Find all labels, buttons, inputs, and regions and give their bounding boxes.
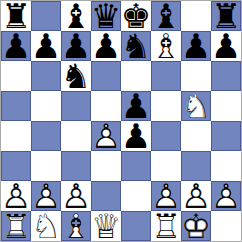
square-g7[interactable]: ♟ [181,31,211,61]
white-piece-outline: ♗ [151,31,181,61]
square-b8[interactable] [31,1,61,31]
white-piece-fill: ♝ [61,211,91,241]
square-f2[interactable]: ♟♙ [151,181,181,211]
white-piece-fill: ♟ [181,181,211,211]
square-e8[interactable]: ♚ [121,1,151,31]
square-g3[interactable] [181,151,211,181]
square-d5[interactable] [91,91,121,121]
white-knight-icon[interactable]: ♞♘ [181,91,211,121]
square-e7[interactable]: ♞ [121,31,151,61]
square-c5[interactable] [61,91,91,121]
black-piece-glyph: ♟ [91,31,121,61]
black-piece-glyph: ♜ [211,1,241,31]
square-f4[interactable] [151,121,181,151]
square-f8[interactable]: ♝ [151,1,181,31]
square-e3[interactable] [121,151,151,181]
square-g4[interactable] [181,121,211,151]
black-king-icon[interactable]: ♚ [121,1,151,31]
square-b7[interactable]: ♟ [31,31,61,61]
black-piece-glyph: ♟ [31,31,61,61]
white-pawn-icon[interactable]: ♟♙ [151,181,181,211]
white-pawn-icon[interactable]: ♟♙ [61,181,91,211]
square-b1[interactable]: ♞♘ [31,211,61,241]
chess-board: ♜♝♛♚♝♜♟♟♟♟♞♝♗♟♟♞♟♞♘♟♙♟♟♙♟♙♟♙♟♙♟♙♟♙♜♖♞♘♝♗… [0,0,242,242]
square-b2[interactable]: ♟♙ [31,181,61,211]
square-e4[interactable]: ♟ [121,121,151,151]
white-piece-fill: ♞ [31,211,61,241]
white-pawn-icon[interactable]: ♟♙ [211,181,241,211]
white-piece-fill: ♝ [151,31,181,61]
square-g6[interactable] [181,61,211,91]
white-piece-fill: ♞ [181,91,211,121]
black-piece-glyph: ♟ [121,91,151,121]
white-bishop-icon[interactable]: ♝♗ [151,31,181,61]
white-piece-outline: ♙ [151,181,181,211]
square-b6[interactable] [31,61,61,91]
black-piece-glyph: ♟ [1,31,31,61]
square-g5[interactable]: ♞♘ [181,91,211,121]
white-pawn-icon[interactable]: ♟♙ [1,181,31,211]
white-piece-fill: ♚ [181,211,211,241]
square-h4[interactable] [211,121,241,151]
white-piece-fill: ♛ [91,211,121,241]
square-h3[interactable] [211,151,241,181]
black-pawn-icon[interactable]: ♟ [31,31,61,61]
square-h2[interactable]: ♟♙ [211,181,241,211]
square-f7[interactable]: ♝♗ [151,31,181,61]
white-king-icon[interactable]: ♚♔ [181,211,211,241]
square-c7[interactable]: ♟ [61,31,91,61]
square-h5[interactable] [211,91,241,121]
white-piece-outline: ♙ [211,181,241,211]
square-h1[interactable] [211,211,241,241]
white-piece-fill: ♟ [211,181,241,211]
square-e6[interactable] [121,61,151,91]
square-d6[interactable] [91,61,121,91]
black-bishop-icon[interactable]: ♝ [151,1,181,31]
white-piece-fill: ♟ [91,121,121,151]
square-h8[interactable]: ♜ [211,1,241,31]
white-piece-fill: ♟ [31,181,61,211]
black-piece-glyph: ♞ [61,61,91,91]
black-queen-icon[interactable]: ♛ [91,1,121,31]
square-a7[interactable]: ♟ [1,31,31,61]
white-piece-fill: ♜ [1,211,31,241]
black-piece-glyph: ♚ [121,1,151,31]
white-piece-outline: ♘ [31,211,61,241]
black-piece-glyph: ♟ [181,31,211,61]
black-pawn-icon[interactable]: ♟ [181,31,211,61]
white-rook-icon[interactable]: ♜♖ [151,211,181,241]
square-a1[interactable]: ♜♖ [1,211,31,241]
square-g8[interactable] [181,1,211,31]
square-b5[interactable] [31,91,61,121]
square-f3[interactable] [151,151,181,181]
square-a3[interactable] [1,151,31,181]
black-pawn-icon[interactable]: ♟ [211,31,241,61]
white-piece-outline: ♘ [181,91,211,121]
white-queen-icon[interactable]: ♛♕ [91,211,121,241]
square-d4[interactable]: ♟♙ [91,121,121,151]
square-h7[interactable]: ♟ [211,31,241,61]
square-a6[interactable] [1,61,31,91]
square-a2[interactable]: ♟♙ [1,181,31,211]
square-d8[interactable]: ♛ [91,1,121,31]
square-d1[interactable]: ♛♕ [91,211,121,241]
square-b4[interactable] [31,121,61,151]
white-piece-fill: ♟ [1,181,31,211]
white-piece-fill: ♟ [151,181,181,211]
black-pawn-icon[interactable]: ♟ [121,121,151,151]
square-a5[interactable] [1,91,31,121]
black-piece-glyph: ♟ [121,121,151,151]
white-piece-outline: ♖ [151,211,181,241]
black-bishop-icon[interactable]: ♝ [61,1,91,31]
square-c6[interactable]: ♞ [61,61,91,91]
white-pawn-icon[interactable]: ♟♙ [31,181,61,211]
black-pawn-icon[interactable]: ♟ [91,31,121,61]
square-f6[interactable] [151,61,181,91]
square-d7[interactable]: ♟ [91,31,121,61]
black-piece-glyph: ♝ [151,1,181,31]
white-rook-icon[interactable]: ♜♖ [1,211,31,241]
square-a8[interactable]: ♜ [1,1,31,31]
black-pawn-icon[interactable]: ♟ [1,31,31,61]
white-piece-outline: ♔ [181,211,211,241]
white-bishop-icon[interactable]: ♝♗ [61,211,91,241]
square-f5[interactable] [151,91,181,121]
black-pawn-icon[interactable]: ♟ [121,91,151,121]
black-piece-glyph: ♝ [61,1,91,31]
square-g2[interactable]: ♟♙ [181,181,211,211]
square-g1[interactable]: ♚♔ [181,211,211,241]
white-piece-outline: ♙ [61,181,91,211]
square-c8[interactable]: ♝ [61,1,91,31]
white-piece-fill: ♜ [151,211,181,241]
black-knight-icon[interactable]: ♞ [121,31,151,61]
white-piece-outline: ♙ [181,181,211,211]
black-knight-icon[interactable]: ♞ [61,61,91,91]
white-knight-icon[interactable]: ♞♘ [31,211,61,241]
square-e2[interactable] [121,181,151,211]
black-piece-glyph: ♜ [1,1,31,31]
white-piece-outline: ♙ [1,181,31,211]
black-piece-glyph: ♛ [91,1,121,31]
white-piece-outline: ♗ [61,211,91,241]
black-piece-glyph: ♟ [211,31,241,61]
black-rook-icon[interactable]: ♜ [1,1,31,31]
square-d3[interactable] [91,151,121,181]
square-c4[interactable] [61,121,91,151]
square-c3[interactable] [61,151,91,181]
white-piece-outline: ♕ [91,211,121,241]
square-d2[interactable] [91,181,121,211]
square-c2[interactable]: ♟♙ [61,181,91,211]
white-piece-outline: ♙ [91,121,121,151]
white-piece-outline: ♙ [31,181,61,211]
black-piece-glyph: ♟ [61,31,91,61]
white-piece-outline: ♖ [1,211,31,241]
white-pawn-icon[interactable]: ♟♙ [91,121,121,151]
square-h6[interactable] [211,61,241,91]
black-pawn-icon[interactable]: ♟ [61,31,91,61]
square-e1[interactable] [121,211,151,241]
square-e5[interactable]: ♟ [121,91,151,121]
black-piece-glyph: ♞ [121,31,151,61]
square-f1[interactable]: ♜♖ [151,211,181,241]
white-piece-fill: ♟ [61,181,91,211]
square-b3[interactable] [31,151,61,181]
square-a4[interactable] [1,121,31,151]
black-rook-icon[interactable]: ♜ [211,1,241,31]
square-c1[interactable]: ♝♗ [61,211,91,241]
white-pawn-icon[interactable]: ♟♙ [181,181,211,211]
